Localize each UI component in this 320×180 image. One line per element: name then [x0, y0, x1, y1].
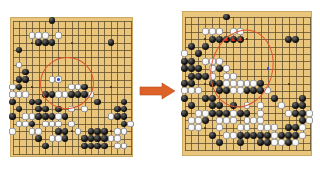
white-stone — [257, 124, 264, 131]
white-stone — [81, 106, 88, 113]
white-stone — [49, 121, 56, 128]
right-arrow-icon — [139, 82, 176, 100]
black-stone — [285, 139, 292, 146]
black-stone — [35, 39, 42, 46]
white-stone — [244, 124, 251, 131]
black-stone — [195, 73, 202, 80]
black-stone — [195, 50, 202, 57]
white-stone — [271, 124, 278, 131]
black-stone — [81, 143, 88, 150]
black-stone — [42, 113, 49, 120]
white-stone — [188, 124, 195, 131]
white-stone — [114, 128, 121, 135]
white-stone — [285, 110, 292, 117]
grid-line-v — [282, 17, 283, 151]
white-stone — [202, 110, 209, 117]
black-stone — [202, 43, 209, 50]
black-stone — [114, 106, 121, 113]
screenshot-canvas — [0, 0, 320, 180]
black-stone — [285, 124, 292, 131]
white-stone — [278, 139, 285, 146]
black-stone — [292, 110, 299, 117]
star-point — [71, 42, 73, 44]
black-stone — [22, 76, 29, 83]
grid-line-v — [310, 17, 311, 151]
black-stone — [94, 135, 101, 142]
black-stone — [88, 143, 95, 150]
black-stone — [209, 110, 216, 117]
black-stone — [22, 69, 29, 76]
white-stone — [216, 28, 223, 35]
black-stone — [121, 113, 128, 120]
black-stone — [195, 65, 202, 72]
black-stone — [88, 128, 95, 135]
black-stone — [49, 17, 56, 24]
white-stone — [121, 128, 128, 135]
black-stone — [209, 102, 216, 109]
star-point — [31, 42, 33, 44]
black-stone — [216, 102, 223, 109]
star-point — [110, 86, 112, 88]
black-stone — [29, 121, 36, 128]
white-stone — [114, 143, 121, 150]
black-stone — [181, 80, 188, 87]
white-stone — [223, 117, 230, 124]
black-stone — [188, 102, 195, 109]
black-stone — [35, 99, 42, 106]
black-stone — [264, 132, 271, 139]
white-stone — [230, 117, 237, 124]
black-stone — [292, 36, 299, 43]
black-stone — [62, 135, 69, 142]
black-stone — [223, 110, 230, 117]
black-stone — [101, 135, 108, 142]
black-stone — [101, 128, 108, 135]
black-stone — [35, 113, 42, 120]
black-stone — [94, 99, 101, 106]
white-stone — [306, 110, 313, 117]
white-stone — [250, 117, 257, 124]
black-stone — [244, 132, 251, 139]
white-stone — [22, 113, 29, 120]
white-stone — [68, 121, 75, 128]
white-stone — [29, 113, 36, 120]
black-stone — [216, 110, 223, 117]
white-stone — [195, 110, 202, 117]
black-stone — [257, 139, 264, 146]
white-stone — [55, 121, 62, 128]
black-stone — [285, 132, 292, 139]
white-stone — [9, 91, 16, 98]
white-stone — [181, 87, 188, 94]
black-stone — [35, 135, 42, 142]
black-stone — [188, 73, 195, 80]
white-stone — [271, 139, 278, 146]
black-stone — [49, 113, 56, 120]
black-stone — [237, 110, 244, 117]
black-stone — [181, 95, 188, 102]
black-stone — [108, 39, 115, 46]
black-stone — [62, 128, 69, 135]
black-stone — [55, 128, 62, 135]
white-stone — [55, 135, 62, 142]
white-stone — [195, 87, 202, 94]
white-stone — [29, 32, 36, 39]
white-stone — [9, 128, 16, 135]
black-stone — [237, 132, 244, 139]
black-stone — [188, 65, 195, 72]
black-stone — [188, 58, 195, 65]
black-stone — [188, 80, 195, 87]
white-stone — [306, 117, 313, 124]
grid-line-h — [13, 154, 132, 155]
white-stone — [22, 121, 29, 128]
black-stone — [244, 110, 251, 117]
black-stone — [285, 36, 292, 43]
black-stone — [181, 58, 188, 65]
white-stone — [55, 113, 62, 120]
black-stone — [9, 99, 16, 106]
black-stone — [16, 76, 23, 83]
white-stone — [35, 128, 42, 135]
black-stone — [94, 143, 101, 150]
black-stone — [264, 139, 271, 146]
black-stone — [35, 106, 42, 113]
white-stone — [223, 132, 230, 139]
black-stone — [121, 106, 128, 113]
black-stone — [121, 99, 128, 106]
white-stone — [188, 117, 195, 124]
black-stone — [81, 135, 88, 142]
white-stone — [195, 117, 202, 124]
white-stone — [108, 135, 115, 142]
black-stone — [299, 95, 306, 102]
black-stone — [16, 84, 23, 91]
white-stone — [29, 128, 36, 135]
grid-line-v — [131, 21, 132, 155]
black-stone — [299, 117, 306, 124]
black-stone — [9, 113, 16, 120]
white-stone — [16, 62, 23, 69]
white-stone — [257, 102, 264, 109]
white-stone — [188, 87, 195, 94]
black-stone — [257, 132, 264, 139]
white-stone — [244, 117, 251, 124]
black-stone — [271, 95, 278, 102]
white-stone — [35, 32, 42, 39]
black-stone — [202, 73, 209, 80]
white-stone — [16, 91, 23, 98]
white-stone — [16, 121, 23, 128]
left-go-board[interactable] — [10, 17, 133, 157]
black-stone — [292, 124, 299, 131]
white-stone — [237, 124, 244, 131]
white-stone — [230, 110, 237, 117]
white-stone — [181, 50, 188, 57]
black-stone — [101, 143, 108, 150]
white-stone — [271, 132, 278, 139]
black-stone — [250, 132, 257, 139]
black-stone — [202, 95, 209, 102]
white-stone — [42, 32, 49, 39]
star-point — [288, 83, 290, 85]
black-stone — [42, 39, 49, 46]
black-stone — [209, 95, 216, 102]
black-stone — [42, 106, 49, 113]
white-stone — [209, 28, 216, 35]
white-stone — [257, 110, 264, 117]
white-stone — [108, 113, 115, 120]
black-stone — [16, 106, 23, 113]
grid-line-h — [185, 150, 311, 151]
black-stone — [299, 110, 306, 117]
black-stone — [278, 132, 285, 139]
black-stone — [88, 135, 95, 142]
white-stone — [202, 28, 209, 35]
black-stone — [216, 139, 223, 146]
black-stone — [94, 128, 101, 135]
white-stone — [299, 132, 306, 139]
white-stone — [22, 91, 29, 98]
white-stone — [292, 139, 299, 146]
white-stone — [257, 117, 264, 124]
white-stone — [230, 132, 237, 139]
black-stone — [29, 99, 36, 106]
white-stone — [264, 124, 271, 131]
black-stone — [292, 102, 299, 109]
white-stone — [299, 124, 306, 131]
black-stone — [181, 110, 188, 117]
black-stone — [121, 121, 128, 128]
black-stone — [114, 113, 121, 120]
white-stone — [278, 102, 285, 109]
black-stone — [209, 36, 216, 43]
white-stone — [202, 58, 209, 65]
white-stone — [55, 32, 62, 39]
white-stone — [49, 135, 56, 142]
black-stone — [42, 143, 49, 150]
black-stone — [292, 132, 299, 139]
white-stone — [114, 135, 121, 142]
white-stone — [9, 84, 16, 91]
black-stone — [299, 102, 306, 109]
white-stone — [127, 121, 134, 128]
black-stone — [209, 132, 216, 139]
black-stone — [237, 139, 244, 146]
black-stone — [181, 65, 188, 72]
white-stone — [216, 124, 223, 131]
black-stone — [223, 14, 230, 21]
right-arrow-shape — [140, 83, 175, 99]
black-stone — [202, 117, 209, 124]
right-go-board[interactable] — [182, 11, 312, 156]
white-stone — [121, 143, 128, 150]
white-stone — [75, 128, 82, 135]
white-stone — [42, 121, 49, 128]
black-stone — [49, 39, 56, 46]
black-stone — [16, 47, 23, 54]
white-stone — [216, 117, 223, 124]
black-stone — [62, 113, 69, 120]
black-stone — [188, 43, 195, 50]
white-stone — [195, 124, 202, 131]
